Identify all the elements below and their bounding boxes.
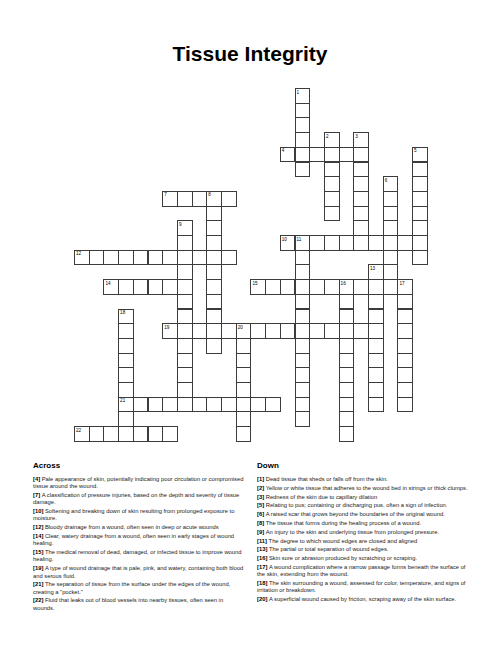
clue-number: [14] bbox=[33, 533, 45, 539]
grid-cell[interactable] bbox=[339, 426, 355, 442]
clue-item: [9] An injury to the skin and underlying… bbox=[257, 529, 470, 536]
clue-number: [4] bbox=[33, 476, 42, 482]
clue-number: [1] bbox=[257, 476, 266, 482]
grid-cell[interactable] bbox=[206, 264, 222, 280]
clue-number: [16] bbox=[257, 555, 269, 561]
clue-number: [20] bbox=[257, 596, 269, 602]
clue-item: [13] The partial or total separation of … bbox=[257, 546, 470, 553]
grid-cell[interactable] bbox=[353, 235, 369, 251]
across-heading: Across bbox=[33, 461, 246, 470]
grid-cell[interactable] bbox=[339, 323, 355, 339]
grid-cell[interactable] bbox=[324, 191, 340, 207]
grid-cell[interactable]: 15 bbox=[250, 279, 266, 295]
clue-number: [7] bbox=[33, 492, 42, 498]
grid-cell[interactable] bbox=[339, 411, 355, 427]
cell-number-label: 15 bbox=[252, 281, 257, 286]
grid-cell[interactable] bbox=[324, 206, 340, 222]
cell-number-label: 6 bbox=[385, 178, 388, 183]
grid-cell[interactable] bbox=[295, 382, 311, 398]
cell-number-label: 20 bbox=[238, 325, 243, 330]
clue-number: [11] bbox=[257, 538, 269, 544]
grid-cell[interactable] bbox=[368, 279, 384, 295]
grid-cell[interactable] bbox=[383, 279, 399, 295]
grid-cell[interactable] bbox=[206, 397, 222, 413]
cell-number-label: 7 bbox=[164, 192, 167, 197]
clue-number: [18] bbox=[257, 580, 269, 586]
grid-cell[interactable] bbox=[177, 191, 193, 207]
clue-number: [15] bbox=[33, 549, 45, 555]
grid-cell[interactable] bbox=[353, 147, 369, 163]
cell-number-label: 18 bbox=[120, 310, 125, 315]
grid-cell[interactable] bbox=[368, 397, 384, 413]
grid-cell[interactable]: 6 bbox=[383, 176, 399, 192]
grid-cell[interactable] bbox=[148, 279, 164, 295]
grid-cell[interactable] bbox=[118, 323, 134, 339]
grid-cell[interactable] bbox=[177, 294, 193, 310]
cell-number-label: 16 bbox=[341, 281, 346, 286]
grid-cell[interactable] bbox=[118, 426, 134, 442]
grid-cell[interactable] bbox=[383, 264, 399, 280]
grid-cell[interactable] bbox=[118, 250, 134, 266]
clue-number: [13] bbox=[257, 546, 269, 552]
grid-cell[interactable] bbox=[295, 323, 311, 339]
grid-cell[interactable] bbox=[177, 235, 193, 251]
cell-number-label: 21 bbox=[120, 398, 125, 403]
grid-cell[interactable] bbox=[206, 220, 222, 236]
grid-cell[interactable]: 22 bbox=[74, 426, 90, 442]
grid-cell[interactable] bbox=[295, 279, 311, 295]
clue-number: [12] bbox=[33, 524, 45, 530]
clue-item: [17] A wound complication where a narrow… bbox=[257, 564, 470, 579]
clue-item: [20] A superficial wound caused by frict… bbox=[257, 596, 470, 603]
grid-cell[interactable] bbox=[295, 162, 311, 178]
across-clue-list: [4] Pale appearance of skin, potentially… bbox=[33, 476, 246, 612]
grid-cell[interactable] bbox=[324, 323, 340, 339]
clue-item: [1] Dead tissue that sheds or falls off … bbox=[257, 476, 470, 483]
grid-cell[interactable] bbox=[177, 323, 193, 339]
clue-number: [2] bbox=[257, 485, 266, 491]
grid-cell[interactable] bbox=[339, 338, 355, 354]
grid-cell[interactable] bbox=[339, 235, 355, 251]
grid-cell[interactable] bbox=[397, 309, 413, 325]
grid-cell[interactable] bbox=[236, 426, 252, 442]
grid-cell[interactable] bbox=[353, 176, 369, 192]
grid-cell[interactable] bbox=[353, 162, 369, 178]
clue-number: [22] bbox=[33, 597, 45, 603]
grid-cell[interactable] bbox=[236, 382, 252, 398]
grid-cell[interactable]: 2 bbox=[324, 132, 340, 148]
clue-item: [3] Redness of the skin due to capillary… bbox=[257, 494, 470, 501]
grid-cell[interactable] bbox=[309, 323, 325, 339]
grid-cell[interactable] bbox=[383, 220, 399, 236]
clue-item: [8] The tissue that forms during the hea… bbox=[257, 520, 470, 527]
grid-cell[interactable] bbox=[412, 220, 428, 236]
grid-cell[interactable] bbox=[339, 309, 355, 325]
down-clue-list: [1] Dead tissue that sheds or falls off … bbox=[257, 476, 470, 603]
grid-cell[interactable] bbox=[162, 279, 178, 295]
grid-cell[interactable] bbox=[177, 309, 193, 325]
grid-cell[interactable] bbox=[89, 426, 105, 442]
grid-cell[interactable] bbox=[177, 338, 193, 354]
grid-cell[interactable] bbox=[397, 294, 413, 310]
grid-cell[interactable] bbox=[295, 147, 311, 163]
grid-cell[interactable] bbox=[133, 426, 149, 442]
grid-cell[interactable] bbox=[236, 353, 252, 369]
grid-cell[interactable]: 16 bbox=[339, 279, 355, 295]
grid-cell[interactable] bbox=[339, 382, 355, 398]
grid-cell[interactable] bbox=[412, 191, 428, 207]
grid-cell[interactable] bbox=[295, 338, 311, 354]
grid-cell[interactable] bbox=[397, 367, 413, 383]
clue-item: [14] Clear, watery drainage from a wound… bbox=[33, 533, 246, 548]
grid-cell[interactable]: 1 bbox=[295, 88, 311, 104]
grid-cell[interactable] bbox=[368, 367, 384, 383]
cell-number-label: 17 bbox=[399, 281, 404, 286]
grid-cell[interactable] bbox=[280, 323, 296, 339]
grid-cell[interactable] bbox=[118, 411, 134, 427]
clue-item: [18] The skin surrounding a wound, asses… bbox=[257, 580, 470, 595]
grid-cell[interactable]: 18 bbox=[118, 309, 134, 325]
grid-cell[interactable]: 17 bbox=[397, 279, 413, 295]
grid-cell[interactable] bbox=[368, 353, 384, 369]
grid-cell[interactable] bbox=[309, 147, 325, 163]
grid-cell[interactable] bbox=[265, 323, 281, 339]
grid-cell[interactable] bbox=[309, 235, 325, 251]
cell-number-label: 13 bbox=[370, 266, 375, 271]
grid-cell[interactable] bbox=[324, 235, 340, 251]
clue-item: [2] Yellow or white tissue that adheres … bbox=[257, 485, 470, 492]
grid-cell[interactable] bbox=[206, 250, 222, 266]
across-clues-column: Across [4] Pale appearance of skin, pote… bbox=[33, 461, 246, 614]
grid-cell[interactable] bbox=[236, 411, 252, 427]
grid-cell[interactable] bbox=[295, 411, 311, 427]
clue-number: [5] bbox=[257, 502, 266, 508]
grid-cell[interactable] bbox=[397, 397, 413, 413]
grid-cell[interactable]: 20 bbox=[236, 323, 252, 339]
grid-cell[interactable] bbox=[324, 176, 340, 192]
grid-cell[interactable] bbox=[162, 397, 178, 413]
clue-item: [19] A type of wound drainage that is pa… bbox=[33, 565, 246, 580]
grid-cell[interactable] bbox=[221, 397, 237, 413]
clue-item: [4] Pale appearance of skin, potentially… bbox=[33, 476, 246, 491]
clue-item: [22] Fluid that leaks out of blood vesse… bbox=[33, 597, 246, 612]
grid-cell[interactable] bbox=[412, 250, 428, 266]
grid-cell[interactable] bbox=[295, 250, 311, 266]
cell-number-label: 1 bbox=[297, 90, 300, 95]
cell-number-label: 5 bbox=[414, 148, 417, 153]
cell-number-label: 2 bbox=[326, 134, 329, 139]
grid-cell[interactable] bbox=[295, 103, 311, 119]
grid-cell[interactable] bbox=[383, 191, 399, 207]
grid-cell[interactable] bbox=[412, 235, 428, 251]
grid-cell[interactable] bbox=[162, 426, 178, 442]
grid-cell[interactable]: 13 bbox=[368, 264, 384, 280]
clue-number: [19] bbox=[33, 565, 45, 571]
grid-cell[interactable] bbox=[368, 294, 384, 310]
cell-number-label: 22 bbox=[76, 428, 81, 433]
grid-cell[interactable] bbox=[280, 279, 296, 295]
grid-cell[interactable] bbox=[133, 250, 149, 266]
grid-cell[interactable] bbox=[309, 279, 325, 295]
cell-number-label: 4 bbox=[282, 148, 285, 153]
grid-cell[interactable] bbox=[324, 162, 340, 178]
clue-number: [9] bbox=[257, 529, 266, 535]
clue-item: [21] The separation of tissue from the s… bbox=[33, 581, 246, 596]
grid-cell[interactable]: 7 bbox=[162, 191, 178, 207]
grid-cell[interactable] bbox=[353, 323, 369, 339]
grid-cell[interactable] bbox=[250, 323, 266, 339]
grid-cell[interactable] bbox=[383, 250, 399, 266]
grid-cell[interactable] bbox=[368, 309, 384, 325]
clue-number: [6] bbox=[257, 511, 266, 517]
grid-cell[interactable] bbox=[192, 250, 208, 266]
grid-cell[interactable] bbox=[206, 309, 222, 325]
grid-cell[interactable]: 12 bbox=[74, 250, 90, 266]
grid-cell[interactable] bbox=[397, 323, 413, 339]
grid-cell[interactable] bbox=[177, 382, 193, 398]
grid-cell[interactable] bbox=[397, 382, 413, 398]
clue-number: [21] bbox=[33, 581, 45, 587]
grid-cell[interactable] bbox=[206, 294, 222, 310]
grid-cell[interactable] bbox=[103, 250, 119, 266]
grid-cell[interactable] bbox=[295, 309, 311, 325]
grid-cell[interactable] bbox=[353, 191, 369, 207]
grid-cell[interactable]: 21 bbox=[118, 397, 134, 413]
grid-cell[interactable] bbox=[412, 206, 428, 222]
grid-cell[interactable] bbox=[339, 353, 355, 369]
grid-cell[interactable] bbox=[148, 426, 164, 442]
clue-number: [8] bbox=[257, 520, 266, 526]
grid-cell[interactable] bbox=[206, 323, 222, 339]
grid-cell[interactable] bbox=[236, 338, 252, 354]
grid-cell[interactable]: 9 bbox=[177, 220, 193, 236]
grid-cell[interactable] bbox=[397, 235, 413, 251]
grid-cell[interactable] bbox=[103, 426, 119, 442]
clue-item: [11] The degree to which wound edges are… bbox=[257, 538, 470, 545]
grid-cell[interactable] bbox=[339, 367, 355, 383]
grid-cell[interactable] bbox=[221, 250, 237, 266]
grid-cell[interactable] bbox=[412, 162, 428, 178]
grid-cell[interactable] bbox=[177, 367, 193, 383]
grid-cell[interactable] bbox=[118, 382, 134, 398]
grid-cell[interactable] bbox=[295, 353, 311, 369]
grid-cell[interactable] bbox=[221, 191, 237, 207]
clue-number: [3] bbox=[257, 494, 266, 500]
grid-cell[interactable] bbox=[412, 176, 428, 192]
grid-cell[interactable] bbox=[295, 397, 311, 413]
grid-cell[interactable] bbox=[192, 191, 208, 207]
grid-cell[interactable] bbox=[353, 220, 369, 236]
grid-cell[interactable] bbox=[368, 235, 384, 251]
down-heading: Down bbox=[257, 461, 470, 470]
grid-cell[interactable] bbox=[368, 338, 384, 354]
clue-item: [15] The medical removal of dead, damage… bbox=[33, 549, 246, 564]
grid-cell[interactable] bbox=[148, 397, 164, 413]
grid-cell[interactable] bbox=[397, 338, 413, 354]
grid-cell[interactable] bbox=[206, 206, 222, 222]
cell-number-label: 8 bbox=[208, 192, 211, 197]
cell-number-label: 9 bbox=[179, 222, 182, 227]
grid-cell[interactable]: 11 bbox=[295, 235, 311, 251]
crossword-grid: 12345678910111213141516171819202122 bbox=[74, 88, 428, 442]
grid-cell[interactable] bbox=[133, 397, 149, 413]
cell-number-label: 12 bbox=[76, 251, 81, 256]
grid-cell[interactable] bbox=[324, 147, 340, 163]
grid-cell[interactable] bbox=[206, 338, 222, 354]
down-clues-column: Down [1] Dead tissue that sheds or falls… bbox=[257, 461, 470, 614]
clue-item: [6] A raised scar that grows beyond the … bbox=[257, 511, 470, 518]
cell-number-label: 3 bbox=[355, 134, 358, 139]
clue-item: [7] A classification of pressure injurie… bbox=[33, 492, 246, 507]
grid-cell[interactable] bbox=[118, 367, 134, 383]
clue-number: [10] bbox=[33, 508, 45, 514]
grid-cell[interactable] bbox=[221, 323, 237, 339]
grid-cell[interactable] bbox=[339, 147, 355, 163]
clue-number: [17] bbox=[257, 564, 269, 570]
grid-cell[interactable] bbox=[206, 235, 222, 251]
clue-item: [5] Relating to pus; containing or disch… bbox=[257, 502, 470, 509]
grid-cell[interactable]: 3 bbox=[353, 132, 369, 148]
cell-number-label: 19 bbox=[164, 325, 169, 330]
cell-number-label: 11 bbox=[297, 237, 302, 242]
grid-cell[interactable] bbox=[177, 250, 193, 266]
clue-item: [10] Softening and breaking down of skin… bbox=[33, 508, 246, 523]
clue-item: [16] Skin sore or abrasion produced by s… bbox=[257, 555, 470, 562]
grid-cell[interactable] bbox=[368, 323, 384, 339]
grid-cell[interactable] bbox=[265, 279, 281, 295]
grid-cell[interactable] bbox=[89, 250, 105, 266]
grid-cell[interactable] bbox=[133, 279, 149, 295]
clue-section: Across [4] Pale appearance of skin, pote… bbox=[33, 461, 470, 614]
clue-item: [12] Bloody drainage from a wound, often… bbox=[33, 524, 246, 531]
grid-cell[interactable] bbox=[118, 353, 134, 369]
cell-number-label: 14 bbox=[105, 281, 110, 286]
grid-cell[interactable] bbox=[368, 382, 384, 398]
grid-cell[interactable] bbox=[397, 353, 413, 369]
grid-cell[interactable] bbox=[295, 264, 311, 280]
page-title: Tissue Integrity bbox=[0, 42, 500, 66]
grid-cell[interactable] bbox=[265, 397, 281, 413]
grid-cell[interactable] bbox=[383, 206, 399, 222]
grid-cell[interactable]: 8 bbox=[206, 191, 222, 207]
grid-cell[interactable] bbox=[236, 367, 252, 383]
grid-cell[interactable] bbox=[353, 206, 369, 222]
grid-cell[interactable]: 10 bbox=[280, 235, 296, 251]
grid-cell[interactable] bbox=[177, 279, 193, 295]
grid-cell[interactable] bbox=[177, 353, 193, 369]
grid-cell[interactable] bbox=[295, 294, 311, 310]
grid-cell[interactable] bbox=[324, 279, 340, 295]
grid-cell[interactable] bbox=[236, 397, 252, 413]
cell-number-label: 10 bbox=[282, 237, 287, 242]
grid-cell[interactable] bbox=[339, 294, 355, 310]
grid-cell[interactable]: 4 bbox=[280, 147, 296, 163]
grid-cell[interactable] bbox=[118, 279, 134, 295]
grid-cell[interactable] bbox=[162, 250, 178, 266]
grid-cell[interactable] bbox=[383, 235, 399, 251]
grid-cell[interactable] bbox=[353, 279, 369, 295]
grid-cell[interactable] bbox=[148, 250, 164, 266]
grid-cell[interactable] bbox=[206, 279, 222, 295]
grid-cell[interactable] bbox=[192, 323, 208, 339]
grid-cell[interactable]: 19 bbox=[162, 323, 178, 339]
grid-cell[interactable] bbox=[177, 264, 193, 280]
grid-cell[interactable]: 5 bbox=[412, 147, 428, 163]
grid-cell[interactable] bbox=[192, 397, 208, 413]
grid-cell[interactable] bbox=[250, 397, 266, 413]
grid-cell[interactable] bbox=[295, 132, 311, 148]
grid-cell[interactable]: 14 bbox=[103, 279, 119, 295]
grid-cell[interactable] bbox=[118, 338, 134, 354]
grid-cell[interactable] bbox=[295, 367, 311, 383]
grid-cell[interactable] bbox=[339, 397, 355, 413]
grid-cell[interactable] bbox=[295, 117, 311, 133]
grid-cell[interactable] bbox=[177, 397, 193, 413]
